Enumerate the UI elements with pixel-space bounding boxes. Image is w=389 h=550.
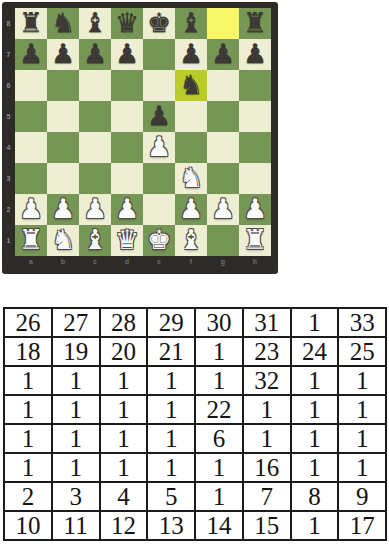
table-cell-r1-c3: 28	[100, 308, 148, 337]
rank-label-6: 6	[2, 70, 15, 101]
table-cell-r6-c8: 1	[338, 453, 386, 482]
black-king-e8[interactable]: ♚	[147, 9, 171, 36]
table-cell-r8-c5: 14	[195, 511, 243, 540]
rank-labels: 87654321	[2, 8, 15, 256]
square-b1[interactable]: ♞	[47, 225, 79, 256]
file-label-h: h	[239, 256, 271, 274]
white-pawn-f2[interactable]: ♟	[179, 195, 203, 222]
table-cell-r7-c4: 5	[147, 482, 195, 511]
file-labels: abcdefgh	[15, 256, 271, 274]
square-b3[interactable]	[47, 163, 79, 194]
table-cell-r7-c2: 3	[52, 482, 100, 511]
square-b4[interactable]	[47, 132, 79, 163]
square-h1[interactable]: ♜	[239, 225, 271, 256]
square-b2[interactable]: ♟	[47, 194, 79, 225]
square-d4[interactable]	[111, 132, 143, 163]
square-c4[interactable]	[79, 132, 111, 163]
square-a7[interactable]: ♟	[15, 39, 47, 70]
table-cell-r6-c3: 1	[100, 453, 148, 482]
black-pawn-d7[interactable]: ♟	[115, 40, 139, 67]
table-row-7: 23451789	[4, 482, 386, 511]
black-pawn-c7[interactable]: ♟	[83, 40, 107, 67]
table-cell-r2-c7: 24	[291, 337, 339, 366]
chess-board: 87654321 ♜♞♝♛♚♝♜♟♟♟♟♟♟♟♞♟♟♞♟♟♟♟♟♟♟♜♞♝♛♚♝…	[2, 2, 278, 274]
square-f5[interactable]	[175, 101, 207, 132]
table-cell-r4-c7: 1	[291, 395, 339, 424]
square-g4[interactable]	[207, 132, 239, 163]
file-label-d: d	[111, 256, 143, 274]
black-queen-d8[interactable]: ♛	[115, 9, 139, 36]
table-cell-r5-c8: 1	[338, 424, 386, 453]
file-label-g: g	[207, 256, 239, 274]
table-cell-r8-c3: 12	[100, 511, 148, 540]
square-b6[interactable]	[47, 70, 79, 101]
square-c8[interactable]: ♝	[79, 8, 111, 39]
table-cell-r8-c2: 11	[52, 511, 100, 540]
square-b7[interactable]: ♟	[47, 39, 79, 70]
square-d7[interactable]: ♟	[111, 39, 143, 70]
white-bishop-c1[interactable]: ♝	[83, 226, 107, 253]
table-row-3: 111113211	[4, 366, 386, 395]
square-a2[interactable]: ♟	[15, 194, 47, 225]
table-cell-r7-c8: 9	[338, 482, 386, 511]
table-cell-r8-c8: 17	[338, 511, 386, 540]
black-pawn-h7[interactable]: ♟	[243, 40, 267, 67]
piece-id-table-body: 2627282930311331819202112324251111132111…	[4, 308, 386, 540]
square-b5[interactable]	[47, 101, 79, 132]
white-bishop-f1[interactable]: ♝	[179, 226, 203, 253]
white-king-e1[interactable]: ♚	[147, 226, 171, 253]
square-g2[interactable]: ♟	[207, 194, 239, 225]
table-cell-r5-c4: 1	[147, 424, 195, 453]
white-pawn-b2[interactable]: ♟	[51, 195, 75, 222]
square-d1[interactable]: ♛	[111, 225, 143, 256]
square-h3[interactable]	[239, 163, 271, 194]
table-row-4: 111122111	[4, 395, 386, 424]
table-cell-r5-c5: 6	[195, 424, 243, 453]
square-a1[interactable]: ♜	[15, 225, 47, 256]
rank-label-3: 3	[2, 163, 15, 194]
table-cell-r8-c6: 15	[243, 511, 291, 540]
board-grid: ♜♞♝♛♚♝♜♟♟♟♟♟♟♟♞♟♟♞♟♟♟♟♟♟♟♜♞♝♛♚♝♜	[15, 8, 271, 256]
square-d8[interactable]: ♛	[111, 8, 143, 39]
table-cell-r5-c6: 1	[243, 424, 291, 453]
rank-label-1: 1	[2, 225, 15, 256]
table-cell-r6-c1: 1	[4, 453, 52, 482]
table-cell-r2-c1: 18	[4, 337, 52, 366]
square-f4[interactable]	[175, 132, 207, 163]
table-row-5: 11116111	[4, 424, 386, 453]
black-pawn-b7[interactable]: ♟	[51, 40, 75, 67]
square-b8[interactable]: ♞	[47, 8, 79, 39]
square-f8[interactable]: ♝	[175, 8, 207, 39]
table-cell-r3-c3: 1	[100, 366, 148, 395]
table-cell-r3-c2: 1	[52, 366, 100, 395]
table-row-2: 181920211232425	[4, 337, 386, 366]
table-cell-r1-c6: 31	[243, 308, 291, 337]
square-a8[interactable]: ♜	[15, 8, 47, 39]
table-cell-r4-c5: 22	[195, 395, 243, 424]
square-a6[interactable]	[15, 70, 47, 101]
square-d5[interactable]	[111, 101, 143, 132]
table-cell-r3-c8: 1	[338, 366, 386, 395]
square-d3[interactable]	[111, 163, 143, 194]
table-cell-r3-c7: 1	[291, 366, 339, 395]
table-cell-r6-c2: 1	[52, 453, 100, 482]
table-cell-r6-c6: 16	[243, 453, 291, 482]
table-cell-r4-c6: 1	[243, 395, 291, 424]
table-cell-r2-c4: 21	[147, 337, 195, 366]
table-cell-r3-c4: 1	[147, 366, 195, 395]
black-pawn-g7[interactable]: ♟	[211, 40, 235, 67]
table-cell-r5-c3: 1	[100, 424, 148, 453]
table-cell-r1-c7: 1	[291, 308, 339, 337]
table-cell-r1-c4: 29	[147, 308, 195, 337]
rank-label-7: 7	[2, 39, 15, 70]
table-cell-r2-c2: 19	[52, 337, 100, 366]
piece-id-table: 2627282930311331819202112324251111132111…	[3, 307, 387, 541]
table-cell-r1-c8: 33	[338, 308, 386, 337]
square-f6[interactable]: ♞	[175, 70, 207, 101]
square-h4[interactable]	[239, 132, 271, 163]
square-a4[interactable]	[15, 132, 47, 163]
square-e2[interactable]	[143, 194, 175, 225]
square-g1[interactable]	[207, 225, 239, 256]
square-g5[interactable]	[207, 101, 239, 132]
square-e8[interactable]: ♚	[143, 8, 175, 39]
black-pawn-f7[interactable]: ♟	[179, 40, 203, 67]
square-f1[interactable]: ♝	[175, 225, 207, 256]
table-cell-r7-c3: 4	[100, 482, 148, 511]
square-a3[interactable]	[15, 163, 47, 194]
table-cell-r1-c2: 27	[52, 308, 100, 337]
square-e3[interactable]	[143, 163, 175, 194]
black-rook-h8[interactable]: ♜	[243, 9, 267, 36]
white-rook-a1[interactable]: ♜	[19, 226, 43, 253]
square-g3[interactable]	[207, 163, 239, 194]
file-label-b: b	[47, 256, 79, 274]
table-cell-r8-c1: 10	[4, 511, 52, 540]
table-cell-r5-c7: 1	[291, 424, 339, 453]
white-pawn-e4[interactable]: ♟	[147, 133, 171, 160]
black-bishop-f8[interactable]: ♝	[179, 9, 203, 36]
table-cell-r7-c5: 1	[195, 482, 243, 511]
table-cell-r4-c1: 1	[4, 395, 52, 424]
black-rook-a8[interactable]: ♜	[19, 9, 43, 36]
square-d6[interactable]	[111, 70, 143, 101]
square-h8[interactable]: ♜	[239, 8, 271, 39]
table-cell-r3-c5: 1	[195, 366, 243, 395]
table-cell-r7-c6: 7	[243, 482, 291, 511]
square-c3[interactable]	[79, 163, 111, 194]
table-cell-r7-c7: 8	[291, 482, 339, 511]
black-pawn-a7[interactable]: ♟	[19, 40, 43, 67]
table-cell-r2-c3: 20	[100, 337, 148, 366]
file-label-f: f	[175, 256, 207, 274]
table-cell-r3-c6: 32	[243, 366, 291, 395]
table-cell-r6-c5: 1	[195, 453, 243, 482]
white-pawn-c2[interactable]: ♟	[83, 195, 107, 222]
table-row-8: 101112131415117	[4, 511, 386, 540]
table-cell-r4-c4: 1	[147, 395, 195, 424]
square-g6[interactable]	[207, 70, 239, 101]
square-e5[interactable]: ♟	[143, 101, 175, 132]
table-cell-r8-c7: 1	[291, 511, 339, 540]
square-d2[interactable]: ♟	[111, 194, 143, 225]
white-pawn-a2[interactable]: ♟	[19, 195, 43, 222]
square-c7[interactable]: ♟	[79, 39, 111, 70]
square-c2[interactable]: ♟	[79, 194, 111, 225]
rank-label-5: 5	[2, 101, 15, 132]
square-h5[interactable]	[239, 101, 271, 132]
table-cell-r2-c5: 1	[195, 337, 243, 366]
black-pawn-e5[interactable]: ♟	[147, 102, 171, 129]
white-pawn-g2[interactable]: ♟	[211, 195, 235, 222]
white-knight-f3[interactable]: ♞	[179, 164, 203, 191]
table-cell-r4-c2: 1	[52, 395, 100, 424]
table-row-1: 262728293031133	[4, 308, 386, 337]
square-a5[interactable]	[15, 101, 47, 132]
table-cell-r6-c7: 1	[291, 453, 339, 482]
table-cell-r2-c8: 25	[338, 337, 386, 366]
square-g7[interactable]: ♟	[207, 39, 239, 70]
rank-label-4: 4	[2, 132, 15, 163]
table-cell-r1-c5: 30	[195, 308, 243, 337]
square-e4[interactable]: ♟	[143, 132, 175, 163]
square-c1[interactable]: ♝	[79, 225, 111, 256]
table-cell-r8-c4: 13	[147, 511, 195, 540]
table-cell-r2-c6: 23	[243, 337, 291, 366]
square-h7[interactable]: ♟	[239, 39, 271, 70]
table-cell-r6-c4: 1	[147, 453, 195, 482]
table-row-6: 111111611	[4, 453, 386, 482]
page: { "game": "chess", "position": { "fen": …	[0, 0, 389, 550]
black-knight-f6[interactable]: ♞	[179, 71, 203, 98]
white-knight-b1[interactable]: ♞	[51, 226, 75, 253]
square-h2[interactable]: ♟	[239, 194, 271, 225]
white-rook-h1[interactable]: ♜	[243, 226, 267, 253]
table-cell-r5-c1: 1	[4, 424, 52, 453]
square-c5[interactable]	[79, 101, 111, 132]
square-e1[interactable]: ♚	[143, 225, 175, 256]
square-h6[interactable]	[239, 70, 271, 101]
square-f3[interactable]: ♞	[175, 163, 207, 194]
table-cell-r7-c1: 2	[4, 482, 52, 511]
table-cell-r4-c8: 1	[338, 395, 386, 424]
file-label-c: c	[79, 256, 111, 274]
table-cell-r4-c3: 1	[100, 395, 148, 424]
rank-label-2: 2	[2, 194, 15, 225]
square-f7[interactable]: ♟	[175, 39, 207, 70]
white-pawn-d2[interactable]: ♟	[115, 195, 139, 222]
white-queen-d1[interactable]: ♛	[115, 226, 139, 253]
square-g8[interactable]	[207, 8, 239, 39]
black-knight-b8[interactable]: ♞	[51, 9, 75, 36]
rank-label-8: 8	[2, 8, 15, 39]
square-c6[interactable]	[79, 70, 111, 101]
table-cell-r3-c1: 1	[4, 366, 52, 395]
table-cell-r5-c2: 1	[52, 424, 100, 453]
square-e6[interactable]	[143, 70, 175, 101]
square-e7[interactable]	[143, 39, 175, 70]
white-pawn-h2[interactable]: ♟	[243, 195, 267, 222]
black-bishop-c8[interactable]: ♝	[83, 9, 107, 36]
table-cell-r1-c1: 26	[4, 308, 52, 337]
file-label-e: e	[143, 256, 175, 274]
square-f2[interactable]: ♟	[175, 194, 207, 225]
file-label-a: a	[15, 256, 47, 274]
